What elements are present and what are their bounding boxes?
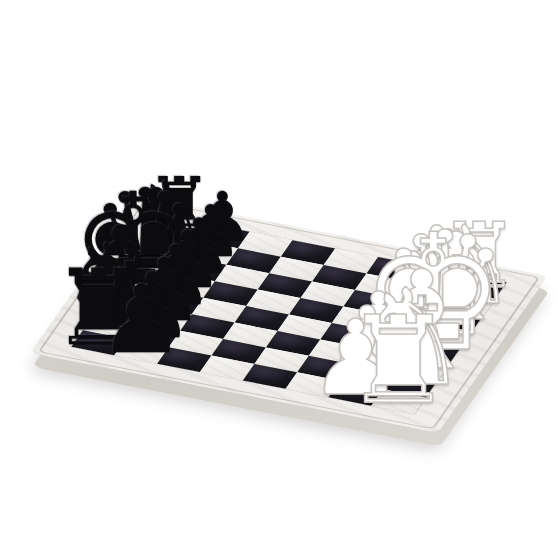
black-pawn-h7[interactable]: ♟: [99, 273, 183, 367]
pieces-layer: ♜♟♞♟♝♟♛♟♟♜♚♟♟♞♝♟♟♝♞♟♟♛♜♟♟♚♟♝♟♞♟♜: [0, 0, 560, 560]
white-rook-h1[interactable]: ♜: [345, 300, 453, 420]
chess-set-photo: ♜♟♞♟♝♟♛♟♟♜♚♟♟♞♝♟♟♝♞♟♟♛♜♟♟♚♟♝♟♞♟♜: [0, 0, 560, 560]
